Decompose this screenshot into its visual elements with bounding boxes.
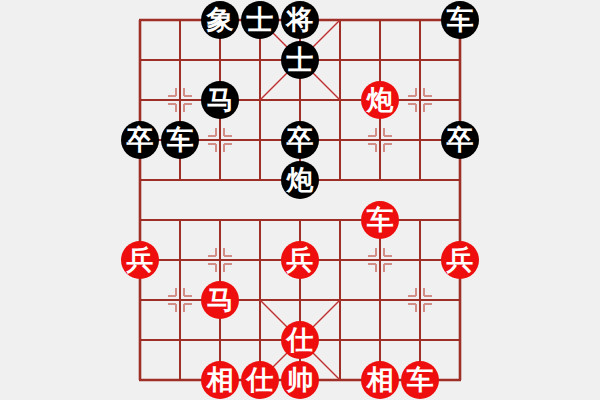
piece-black-general[interactable]: 将 xyxy=(281,1,319,39)
piece-red-general[interactable]: 帅 xyxy=(281,361,319,399)
piece-red-advisor[interactable]: 仕 xyxy=(241,361,279,399)
piece-red-cannon[interactable]: 炮 xyxy=(361,81,399,119)
piece-red-elephant[interactable]: 相 xyxy=(201,361,239,399)
piece-red-soldier[interactable]: 兵 xyxy=(441,241,479,279)
piece-black-soldier[interactable]: 卒 xyxy=(121,121,159,159)
piece-red-soldier[interactable]: 兵 xyxy=(121,241,159,279)
piece-black-chariot[interactable]: 车 xyxy=(161,121,199,159)
xiangqi-board: 象士将车士马炮卒车卒卒炮车兵兵兵马仕相仕帅相车 xyxy=(0,0,600,400)
piece-black-cannon[interactable]: 炮 xyxy=(281,161,319,199)
piece-red-chariot[interactable]: 车 xyxy=(361,201,399,239)
piece-black-advisor[interactable]: 士 xyxy=(241,1,279,39)
piece-red-advisor[interactable]: 仕 xyxy=(281,321,319,359)
piece-red-chariot[interactable]: 车 xyxy=(401,361,439,399)
piece-red-horse[interactable]: 马 xyxy=(201,281,239,319)
piece-black-horse[interactable]: 马 xyxy=(201,81,239,119)
piece-red-elephant[interactable]: 相 xyxy=(361,361,399,399)
piece-black-advisor[interactable]: 士 xyxy=(281,41,319,79)
piece-black-soldier[interactable]: 卒 xyxy=(441,121,479,159)
piece-black-soldier[interactable]: 卒 xyxy=(281,121,319,159)
piece-red-soldier[interactable]: 兵 xyxy=(281,241,319,279)
piece-black-chariot[interactable]: 车 xyxy=(441,1,479,39)
piece-black-elephant[interactable]: 象 xyxy=(201,1,239,39)
